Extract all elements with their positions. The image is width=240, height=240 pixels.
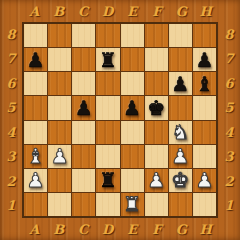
square-d5[interactable] (96, 96, 119, 119)
rank-labels-right: 87654321 (218, 22, 240, 218)
rank-label-6: 6 (218, 71, 240, 96)
square-h1[interactable] (193, 193, 216, 216)
file-label-c: C (71, 0, 96, 22)
rank-labels-left: 87654321 (0, 22, 22, 218)
black-pawn-e5[interactable]: ♟ (123, 98, 141, 118)
file-label-d: D (96, 0, 121, 22)
square-f7[interactable] (145, 48, 168, 71)
file-labels-top: ABCDEFGH (22, 0, 218, 22)
square-e4[interactable] (121, 121, 144, 144)
white-pawn-g3[interactable]: ♟ (171, 146, 189, 166)
rank-label-5: 5 (0, 96, 22, 121)
file-label-h: H (194, 218, 219, 240)
rank-label-4: 4 (0, 120, 22, 145)
white-pawn-b3[interactable]: ♟ (51, 146, 69, 166)
square-c3[interactable] (72, 145, 95, 168)
square-c2[interactable] (72, 169, 95, 192)
square-e3[interactable] (121, 145, 144, 168)
chess-board-app: ABCDEFGH 87654321 ♟♜♟♟♝♟♟♚♞♝♟♟♟♜♟♚♟♜ 876… (0, 0, 240, 240)
file-label-e: E (120, 0, 145, 22)
square-c4[interactable] (72, 121, 95, 144)
rank-label-3: 3 (218, 145, 240, 170)
square-b5[interactable] (48, 96, 71, 119)
black-pawn-a7[interactable]: ♟ (27, 50, 45, 70)
file-labels-bottom: ABCDEFGH (22, 218, 218, 240)
file-label-g: G (169, 218, 194, 240)
square-d2[interactable]: ♜ (96, 169, 119, 192)
white-rook-e1[interactable]: ♜ (123, 194, 141, 214)
rank-label-3: 3 (0, 145, 22, 170)
square-g1[interactable] (169, 193, 192, 216)
white-pawn-f2[interactable]: ♟ (147, 170, 165, 190)
square-e1[interactable]: ♜ (121, 193, 144, 216)
square-d4[interactable] (96, 121, 119, 144)
rank-label-1: 1 (0, 194, 22, 219)
file-label-g: G (169, 0, 194, 22)
square-b1[interactable] (48, 193, 71, 216)
square-h5[interactable] (193, 96, 216, 119)
square-c5[interactable]: ♟ (72, 96, 95, 119)
square-h3[interactable] (193, 145, 216, 168)
square-a8[interactable] (24, 24, 47, 47)
square-c6[interactable] (72, 72, 95, 95)
file-label-b: B (47, 0, 72, 22)
square-a7[interactable]: ♟ (24, 48, 47, 71)
file-label-f: F (145, 0, 170, 22)
white-pawn-h2[interactable]: ♟ (195, 170, 213, 190)
file-label-b: B (47, 218, 72, 240)
square-f4[interactable] (145, 121, 168, 144)
square-g4[interactable]: ♞ (169, 121, 192, 144)
square-d3[interactable] (96, 145, 119, 168)
square-g2[interactable]: ♚ (169, 169, 192, 192)
rank-label-8: 8 (0, 22, 22, 47)
black-bishop-h6[interactable]: ♝ (195, 74, 213, 94)
rank-label-6: 6 (0, 71, 22, 96)
square-c7[interactable] (72, 48, 95, 71)
square-e7[interactable] (121, 48, 144, 71)
rank-label-7: 7 (0, 47, 22, 72)
square-g8[interactable] (169, 24, 192, 47)
square-b6[interactable] (48, 72, 71, 95)
square-f5[interactable]: ♚ (145, 96, 168, 119)
white-knight-g4[interactable]: ♞ (171, 122, 189, 142)
square-e5[interactable]: ♟ (121, 96, 144, 119)
rank-label-4: 4 (218, 120, 240, 145)
square-a4[interactable] (24, 121, 47, 144)
square-f3[interactable] (145, 145, 168, 168)
file-label-f: F (145, 218, 170, 240)
file-label-a: A (22, 218, 47, 240)
square-h2[interactable]: ♟ (193, 169, 216, 192)
file-label-a: A (22, 0, 47, 22)
square-f8[interactable] (145, 24, 168, 47)
square-e2[interactable] (121, 169, 144, 192)
square-e6[interactable] (121, 72, 144, 95)
square-d1[interactable] (96, 193, 119, 216)
square-a2[interactable]: ♟ (24, 169, 47, 192)
file-label-h: H (194, 0, 219, 22)
square-f2[interactable]: ♟ (145, 169, 168, 192)
chess-board[interactable]: ♟♜♟♟♝♟♟♚♞♝♟♟♟♜♟♚♟♜ (22, 22, 218, 218)
square-c1[interactable] (72, 193, 95, 216)
square-g7[interactable] (169, 48, 192, 71)
square-e8[interactable] (121, 24, 144, 47)
rank-label-2: 2 (218, 169, 240, 194)
rank-label-8: 8 (218, 22, 240, 47)
square-b7[interactable] (48, 48, 71, 71)
square-f1[interactable] (145, 193, 168, 216)
rank-label-2: 2 (0, 169, 22, 194)
rank-label-1: 1 (218, 194, 240, 219)
square-a5[interactable] (24, 96, 47, 119)
square-a1[interactable] (24, 193, 47, 216)
black-pawn-g6[interactable]: ♟ (171, 74, 189, 94)
square-h8[interactable] (193, 24, 216, 47)
square-d7[interactable]: ♜ (96, 48, 119, 71)
white-bishop-a3[interactable]: ♝ (27, 146, 45, 166)
square-g3[interactable]: ♟ (169, 145, 192, 168)
square-a6[interactable] (24, 72, 47, 95)
square-c8[interactable] (72, 24, 95, 47)
black-rook-d2[interactable]: ♜ (99, 170, 117, 190)
white-pawn-a2[interactable]: ♟ (27, 170, 45, 190)
square-a3[interactable]: ♝ (24, 145, 47, 168)
black-king-f5[interactable]: ♚ (147, 98, 165, 118)
square-g5[interactable] (169, 96, 192, 119)
square-d6[interactable] (96, 72, 119, 95)
rank-label-5: 5 (218, 96, 240, 121)
file-label-e: E (120, 218, 145, 240)
square-h6[interactable]: ♝ (193, 72, 216, 95)
square-b4[interactable] (48, 121, 71, 144)
square-b8[interactable] (48, 24, 71, 47)
square-g6[interactable]: ♟ (169, 72, 192, 95)
square-b3[interactable]: ♟ (48, 145, 71, 168)
white-king-g2[interactable]: ♚ (171, 170, 189, 190)
black-pawn-c5[interactable]: ♟ (75, 98, 93, 118)
black-rook-d7[interactable]: ♜ (99, 50, 117, 70)
square-b2[interactable] (48, 169, 71, 192)
square-h4[interactable] (193, 121, 216, 144)
square-h7[interactable]: ♟ (193, 48, 216, 71)
file-label-c: C (71, 218, 96, 240)
rank-label-7: 7 (218, 47, 240, 72)
black-pawn-h7[interactable]: ♟ (195, 50, 213, 70)
file-label-d: D (96, 218, 121, 240)
square-d8[interactable] (96, 24, 119, 47)
square-f6[interactable] (145, 72, 168, 95)
